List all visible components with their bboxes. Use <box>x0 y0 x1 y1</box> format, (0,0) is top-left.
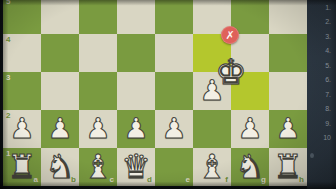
sidebar-dot-artifact <box>310 153 314 158</box>
square-e5[interactable] <box>155 0 193 34</box>
rank-label-3: 3 <box>6 73 10 82</box>
square-c2[interactable]: ♟ <box>79 110 117 148</box>
square-f2[interactable] <box>193 110 231 148</box>
move-number: 7. <box>307 88 336 102</box>
square-c5[interactable] <box>79 0 117 34</box>
wrong-move-badge: ✗ <box>221 26 239 44</box>
move-number: 8. <box>307 102 336 116</box>
square-b1[interactable]: b♞ <box>41 148 79 186</box>
white-pawn-b2[interactable]: ♟ <box>41 110 79 148</box>
square-c3[interactable] <box>79 72 117 110</box>
square-h5[interactable] <box>269 0 307 34</box>
move-number: 9. <box>307 117 336 131</box>
white-rook-h1[interactable]: ♜ <box>269 148 307 186</box>
white-knight-b1[interactable]: ♞ <box>41 148 79 186</box>
square-b5[interactable] <box>41 0 79 34</box>
move-list-panel: 1.2.3.4.5.6.7.8.9.10 <box>307 0 336 189</box>
white-pawn-a2[interactable]: ♟ <box>3 110 41 148</box>
white-king-animating[interactable]: ♚ <box>212 53 250 91</box>
white-pawn-d2[interactable]: ♟ <box>117 110 155 148</box>
white-pawn-c2[interactable]: ♟ <box>79 110 117 148</box>
square-e2[interactable]: ♟ <box>155 110 193 148</box>
square-d3[interactable] <box>117 72 155 110</box>
x-icon: ✗ <box>225 26 234 44</box>
square-g1[interactable]: g♞ <box>231 148 269 186</box>
square-a5[interactable]: 5 <box>3 0 41 34</box>
lesson-screenshot-root: 543♟2♟♟♟♟♟♟♟1a♜b♞c♝d♛ef♝g♞h♜♚✗ 1.2.3.4.5… <box>0 0 336 189</box>
rank-label-5: 5 <box>6 0 10 6</box>
chess-board[interactable]: 543♟2♟♟♟♟♟♟♟1a♜b♞c♝d♛ef♝g♞h♜♚✗ <box>3 0 307 186</box>
white-pawn-h2[interactable]: ♟ <box>269 110 307 148</box>
white-rook-a1[interactable]: ♜ <box>3 148 41 186</box>
white-knight-g1[interactable]: ♞ <box>231 148 269 186</box>
square-c4[interactable] <box>79 34 117 72</box>
square-b2[interactable]: ♟ <box>41 110 79 148</box>
move-number: 1. <box>307 1 336 15</box>
white-pawn-e2[interactable]: ♟ <box>155 110 193 148</box>
square-c1[interactable]: c♝ <box>79 148 117 186</box>
square-h1[interactable]: h♜ <box>269 148 307 186</box>
square-e3[interactable] <box>155 72 193 110</box>
move-number: 3. <box>307 30 336 44</box>
move-number: 10 <box>307 131 336 145</box>
square-d1[interactable]: d♛ <box>117 148 155 186</box>
square-g2[interactable]: ♟ <box>231 110 269 148</box>
square-b3[interactable] <box>41 72 79 110</box>
rank-label-4: 4 <box>6 35 10 44</box>
square-d4[interactable] <box>117 34 155 72</box>
move-number: 6. <box>307 73 336 87</box>
square-h3[interactable] <box>269 72 307 110</box>
white-bishop-c1[interactable]: ♝ <box>79 148 117 186</box>
white-queen-d1[interactable]: ♛ <box>117 148 155 186</box>
square-e1[interactable]: e <box>155 148 193 186</box>
square-a2[interactable]: 2♟ <box>3 110 41 148</box>
square-a3[interactable]: 3 <box>3 72 41 110</box>
white-king-glyph: ♚ <box>212 53 250 91</box>
square-f1[interactable]: f♝ <box>193 148 231 186</box>
square-a4[interactable]: 4 <box>3 34 41 72</box>
square-d5[interactable] <box>117 0 155 34</box>
white-bishop-f1[interactable]: ♝ <box>193 148 231 186</box>
file-label-e: e <box>186 175 190 184</box>
square-d2[interactable]: ♟ <box>117 110 155 148</box>
square-h4[interactable] <box>269 34 307 72</box>
square-b4[interactable] <box>41 34 79 72</box>
square-e4[interactable] <box>155 34 193 72</box>
square-a1[interactable]: 1a♜ <box>3 148 41 186</box>
move-number: 2. <box>307 15 336 29</box>
move-number: 4. <box>307 44 336 58</box>
white-pawn-g2[interactable]: ♟ <box>231 110 269 148</box>
square-h2[interactable]: ♟ <box>269 110 307 148</box>
move-list: 1.2.3.4.5.6.7.8.9.10 <box>307 0 336 145</box>
move-number: 5. <box>307 59 336 73</box>
